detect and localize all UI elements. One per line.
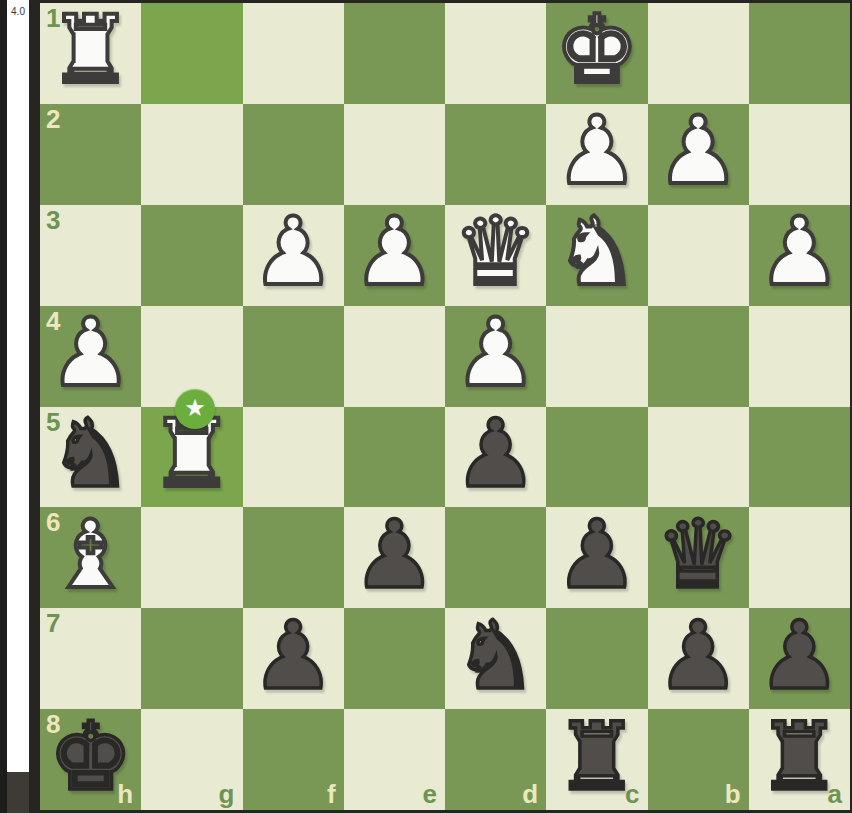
square-f4[interactable] bbox=[243, 306, 344, 407]
piece-bR-c8[interactable]: ♜ bbox=[555, 710, 639, 804]
rank-label-3: 3 bbox=[46, 207, 60, 233]
evaluation-bar: 4.0 bbox=[7, 0, 29, 813]
square-a3[interactable]: ♟ bbox=[749, 205, 850, 306]
square-h7[interactable]: 7 bbox=[40, 608, 141, 709]
square-e8[interactable]: e bbox=[344, 709, 445, 810]
square-a8[interactable]: a♜ bbox=[749, 709, 850, 810]
square-h6[interactable]: 6♝ bbox=[40, 507, 141, 608]
piece-wP-c2[interactable]: ♟ bbox=[555, 104, 639, 198]
piece-wP-a3[interactable]: ♟ bbox=[757, 205, 841, 299]
square-f3[interactable]: ♟ bbox=[243, 205, 344, 306]
square-c8[interactable]: c♜ bbox=[546, 709, 647, 810]
piece-bP-d5[interactable]: ♟ bbox=[453, 407, 537, 501]
square-h5[interactable]: 5♞ bbox=[40, 407, 141, 508]
square-d7[interactable]: ♞ bbox=[445, 608, 546, 709]
square-h4[interactable]: 4♟ bbox=[40, 306, 141, 407]
file-label-d: d bbox=[522, 781, 538, 807]
square-c7[interactable] bbox=[546, 608, 647, 709]
square-d6[interactable] bbox=[445, 507, 546, 608]
square-b2[interactable]: ♟ bbox=[648, 104, 749, 205]
square-b5[interactable] bbox=[648, 407, 749, 508]
piece-wQ-d3[interactable]: ♛ bbox=[453, 205, 537, 299]
evaluation-bar-white-fill bbox=[7, 0, 29, 772]
square-f1[interactable] bbox=[243, 3, 344, 104]
square-f2[interactable] bbox=[243, 104, 344, 205]
piece-bP-f7[interactable]: ♟ bbox=[251, 609, 335, 703]
square-a4[interactable] bbox=[749, 306, 850, 407]
square-f5[interactable] bbox=[243, 407, 344, 508]
square-c6[interactable]: ♟ bbox=[546, 507, 647, 608]
square-a2[interactable] bbox=[749, 104, 850, 205]
rank-label-2: 2 bbox=[46, 106, 60, 132]
square-f6[interactable] bbox=[243, 507, 344, 608]
piece-bP-c6[interactable]: ♟ bbox=[555, 508, 639, 602]
file-label-e: e bbox=[423, 781, 437, 807]
piece-bN-h5[interactable]: ♞ bbox=[48, 407, 132, 501]
square-e6[interactable]: ♟ bbox=[344, 507, 445, 608]
square-a1[interactable] bbox=[749, 3, 850, 104]
square-f7[interactable]: ♟ bbox=[243, 608, 344, 709]
page-left-edge bbox=[0, 0, 7, 813]
piece-wR-h1[interactable]: ♜ bbox=[48, 3, 132, 97]
piece-bR-a8[interactable]: ♜ bbox=[757, 710, 841, 804]
square-h8[interactable]: 8h♚ bbox=[40, 709, 141, 810]
chess-board: 1♜♚2♟♟3♟♟♛♞♟4♟♟5♞♜♟6♝♟♟♛7♟♞♟♟8h♚gfedc♜ba… bbox=[40, 3, 850, 810]
piece-wB-h6[interactable]: ♝ bbox=[48, 508, 132, 602]
square-b4[interactable] bbox=[648, 306, 749, 407]
square-g3[interactable] bbox=[141, 205, 242, 306]
rank-label-7: 7 bbox=[46, 610, 60, 636]
piece-wP-d4[interactable]: ♟ bbox=[453, 306, 537, 400]
square-d3[interactable]: ♛ bbox=[445, 205, 546, 306]
star-icon: ★ bbox=[184, 396, 206, 420]
evaluation-score: 4.0 bbox=[7, 6, 29, 17]
file-label-f: f bbox=[327, 781, 336, 807]
square-e2[interactable] bbox=[344, 104, 445, 205]
piece-bN-d7[interactable]: ♞ bbox=[453, 609, 537, 703]
piece-bK-h8[interactable]: ♚ bbox=[48, 710, 132, 804]
square-b7[interactable]: ♟ bbox=[648, 608, 749, 709]
square-a6[interactable] bbox=[749, 507, 850, 608]
square-e4[interactable] bbox=[344, 306, 445, 407]
square-e3[interactable]: ♟ bbox=[344, 205, 445, 306]
square-e1[interactable] bbox=[344, 3, 445, 104]
square-b1[interactable] bbox=[648, 3, 749, 104]
square-a5[interactable] bbox=[749, 407, 850, 508]
square-h2[interactable]: 2 bbox=[40, 104, 141, 205]
square-h3[interactable]: 3 bbox=[40, 205, 141, 306]
piece-wN-c3[interactable]: ♞ bbox=[555, 205, 639, 299]
best-move-star-badge: ★ bbox=[175, 389, 215, 429]
piece-wP-h4[interactable]: ♟ bbox=[48, 306, 132, 400]
square-d1[interactable] bbox=[445, 3, 546, 104]
square-c4[interactable] bbox=[546, 306, 647, 407]
piece-bP-a7[interactable]: ♟ bbox=[757, 609, 841, 703]
square-f8[interactable]: f bbox=[243, 709, 344, 810]
square-c5[interactable] bbox=[546, 407, 647, 508]
square-a7[interactable]: ♟ bbox=[749, 608, 850, 709]
square-b6[interactable]: ♛ bbox=[648, 507, 749, 608]
file-label-b: b bbox=[725, 781, 741, 807]
piece-wP-b2[interactable]: ♟ bbox=[656, 104, 740, 198]
square-e5[interactable] bbox=[344, 407, 445, 508]
square-g1[interactable] bbox=[141, 3, 242, 104]
piece-bQ-b6[interactable]: ♛ bbox=[656, 508, 740, 602]
square-d4[interactable]: ♟ bbox=[445, 306, 546, 407]
square-d2[interactable] bbox=[445, 104, 546, 205]
square-d8[interactable]: d bbox=[445, 709, 546, 810]
square-g7[interactable] bbox=[141, 608, 242, 709]
square-c1[interactable]: ♚ bbox=[546, 3, 647, 104]
piece-bP-e6[interactable]: ♟ bbox=[352, 508, 436, 602]
square-b8[interactable]: b bbox=[648, 709, 749, 810]
square-g6[interactable] bbox=[141, 507, 242, 608]
piece-bP-b7[interactable]: ♟ bbox=[656, 609, 740, 703]
square-g8[interactable]: g bbox=[141, 709, 242, 810]
square-c2[interactable]: ♟ bbox=[546, 104, 647, 205]
square-c3[interactable]: ♞ bbox=[546, 205, 647, 306]
square-b3[interactable] bbox=[648, 205, 749, 306]
piece-wK-c1[interactable]: ♚ bbox=[555, 3, 639, 97]
square-g2[interactable] bbox=[141, 104, 242, 205]
piece-wP-f3[interactable]: ♟ bbox=[251, 205, 335, 299]
square-h1[interactable]: 1♜ bbox=[40, 3, 141, 104]
piece-wP-e3[interactable]: ♟ bbox=[352, 205, 436, 299]
file-label-g: g bbox=[219, 781, 235, 807]
square-d5[interactable]: ♟ bbox=[445, 407, 546, 508]
square-e7[interactable] bbox=[344, 608, 445, 709]
